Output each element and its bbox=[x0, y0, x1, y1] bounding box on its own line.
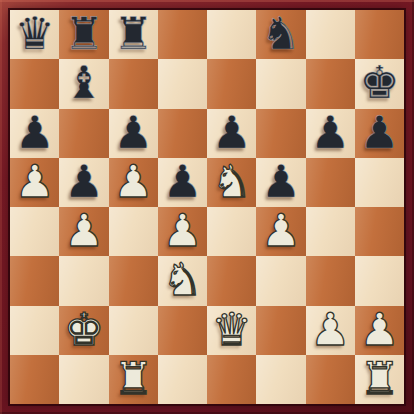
square-f5[interactable]: ♟ bbox=[256, 158, 305, 207]
square-g4[interactable] bbox=[306, 207, 355, 256]
square-h2[interactable]: ♟ bbox=[355, 306, 404, 355]
piece-black-pawn-a6[interactable]: ♟ bbox=[14, 110, 54, 155]
square-g3[interactable] bbox=[306, 256, 355, 305]
square-g5[interactable] bbox=[306, 158, 355, 207]
square-f6[interactable] bbox=[256, 109, 305, 158]
square-e3[interactable] bbox=[207, 256, 256, 305]
piece-white-queen-e2[interactable]: ♛ bbox=[211, 307, 251, 352]
piece-white-king-b2[interactable]: ♚ bbox=[64, 307, 104, 352]
square-e1[interactable] bbox=[207, 355, 256, 404]
square-f3[interactable] bbox=[256, 256, 305, 305]
square-c8[interactable]: ♜ bbox=[109, 10, 158, 59]
piece-white-pawn-c5[interactable]: ♟ bbox=[113, 159, 153, 204]
square-b8[interactable]: ♜ bbox=[59, 10, 108, 59]
square-d4[interactable]: ♟ bbox=[158, 207, 207, 256]
square-f8[interactable]: ♞ bbox=[256, 10, 305, 59]
square-g2[interactable]: ♟ bbox=[306, 306, 355, 355]
square-e8[interactable] bbox=[207, 10, 256, 59]
square-h7[interactable]: ♚ bbox=[355, 59, 404, 108]
piece-black-pawn-g6[interactable]: ♟ bbox=[310, 110, 350, 155]
piece-white-knight-d3[interactable]: ♞ bbox=[162, 257, 202, 302]
square-b7[interactable]: ♝ bbox=[59, 59, 108, 108]
square-a5[interactable]: ♟ bbox=[10, 158, 59, 207]
square-f7[interactable] bbox=[256, 59, 305, 108]
square-b4[interactable]: ♟ bbox=[59, 207, 108, 256]
board-frame: ♛♜♜♞♝♚♟♟♟♟♟♟♟♟♟♞♟♟♟♟♞♚♛♟♟♜♜ bbox=[0, 0, 414, 414]
square-c4[interactable] bbox=[109, 207, 158, 256]
piece-white-rook-c1[interactable]: ♜ bbox=[113, 356, 153, 401]
square-f2[interactable] bbox=[256, 306, 305, 355]
chess-board: ♛♜♜♞♝♚♟♟♟♟♟♟♟♟♟♞♟♟♟♟♞♚♛♟♟♜♜ bbox=[10, 10, 404, 404]
square-d6[interactable] bbox=[158, 109, 207, 158]
square-a2[interactable] bbox=[10, 306, 59, 355]
square-e6[interactable]: ♟ bbox=[207, 109, 256, 158]
square-f4[interactable]: ♟ bbox=[256, 207, 305, 256]
square-h4[interactable] bbox=[355, 207, 404, 256]
piece-white-knight-e5[interactable]: ♞ bbox=[211, 159, 251, 204]
piece-black-knight-f8[interactable]: ♞ bbox=[261, 11, 301, 56]
square-a8[interactable]: ♛ bbox=[10, 10, 59, 59]
square-e5[interactable]: ♞ bbox=[207, 158, 256, 207]
square-b2[interactable]: ♚ bbox=[59, 306, 108, 355]
piece-black-pawn-f5[interactable]: ♟ bbox=[261, 159, 301, 204]
square-d8[interactable] bbox=[158, 10, 207, 59]
square-h1[interactable]: ♜ bbox=[355, 355, 404, 404]
square-c2[interactable] bbox=[109, 306, 158, 355]
square-e2[interactable]: ♛ bbox=[207, 306, 256, 355]
square-c6[interactable]: ♟ bbox=[109, 109, 158, 158]
piece-white-pawn-a5[interactable]: ♟ bbox=[14, 159, 54, 204]
square-a6[interactable]: ♟ bbox=[10, 109, 59, 158]
square-a4[interactable] bbox=[10, 207, 59, 256]
piece-white-pawn-b4[interactable]: ♟ bbox=[64, 208, 104, 253]
square-a7[interactable] bbox=[10, 59, 59, 108]
square-d7[interactable] bbox=[158, 59, 207, 108]
piece-black-pawn-e6[interactable]: ♟ bbox=[211, 110, 251, 155]
piece-black-pawn-b5[interactable]: ♟ bbox=[64, 159, 104, 204]
square-h3[interactable] bbox=[355, 256, 404, 305]
square-e4[interactable] bbox=[207, 207, 256, 256]
square-c3[interactable] bbox=[109, 256, 158, 305]
square-h6[interactable]: ♟ bbox=[355, 109, 404, 158]
square-d3[interactable]: ♞ bbox=[158, 256, 207, 305]
piece-white-rook-h1[interactable]: ♜ bbox=[359, 356, 399, 401]
square-f1[interactable] bbox=[256, 355, 305, 404]
piece-black-pawn-h6[interactable]: ♟ bbox=[359, 110, 399, 155]
square-d2[interactable] bbox=[158, 306, 207, 355]
square-g6[interactable]: ♟ bbox=[306, 109, 355, 158]
piece-white-pawn-f4[interactable]: ♟ bbox=[261, 208, 301, 253]
square-a3[interactable] bbox=[10, 256, 59, 305]
square-b3[interactable] bbox=[59, 256, 108, 305]
square-e7[interactable] bbox=[207, 59, 256, 108]
piece-black-queen-a8[interactable]: ♛ bbox=[14, 11, 54, 56]
piece-black-pawn-c6[interactable]: ♟ bbox=[113, 110, 153, 155]
square-h5[interactable] bbox=[355, 158, 404, 207]
square-b1[interactable] bbox=[59, 355, 108, 404]
square-c7[interactable] bbox=[109, 59, 158, 108]
square-h8[interactable] bbox=[355, 10, 404, 59]
square-d1[interactable] bbox=[158, 355, 207, 404]
square-c5[interactable]: ♟ bbox=[109, 158, 158, 207]
piece-black-bishop-b7[interactable]: ♝ bbox=[64, 60, 104, 105]
square-d5[interactable]: ♟ bbox=[158, 158, 207, 207]
square-g8[interactable] bbox=[306, 10, 355, 59]
piece-black-king-h7[interactable]: ♚ bbox=[359, 60, 399, 105]
square-b5[interactable]: ♟ bbox=[59, 158, 108, 207]
piece-white-pawn-h2[interactable]: ♟ bbox=[359, 307, 399, 352]
piece-white-pawn-g2[interactable]: ♟ bbox=[310, 307, 350, 352]
piece-black-rook-b8[interactable]: ♜ bbox=[64, 11, 104, 56]
square-b6[interactable] bbox=[59, 109, 108, 158]
square-g1[interactable] bbox=[306, 355, 355, 404]
piece-black-rook-c8[interactable]: ♜ bbox=[113, 11, 153, 56]
square-c1[interactable]: ♜ bbox=[109, 355, 158, 404]
square-a1[interactable] bbox=[10, 355, 59, 404]
piece-white-pawn-d4[interactable]: ♟ bbox=[162, 208, 202, 253]
square-g7[interactable] bbox=[306, 59, 355, 108]
piece-black-pawn-d5[interactable]: ♟ bbox=[162, 159, 202, 204]
